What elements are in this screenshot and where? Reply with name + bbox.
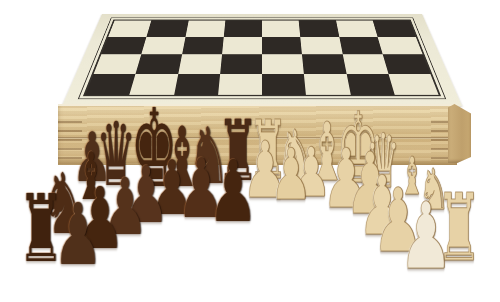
product-photo-stage: ♟♛♚♝♞♜♝♟♟♟♟♜♞♟♟♟♜♞♝♚♛♟♟♟♟♟♟♟♟♝♞♜	[0, 0, 500, 302]
board-square-dark	[382, 54, 430, 73]
chess-piece-dark-pawn: ♟	[53, 196, 103, 274]
board-square-light	[185, 21, 225, 37]
board-square-dark	[147, 21, 189, 37]
board-top-face	[62, 14, 462, 106]
chess-piece-light-pawn: ♟	[399, 195, 453, 280]
board-square-light	[218, 74, 262, 95]
board-square-dark	[373, 21, 416, 37]
board-square-light	[342, 54, 388, 73]
board-square-light	[94, 54, 142, 73]
board-square-dark	[174, 74, 220, 95]
board-square-light	[178, 54, 222, 73]
board-square-light	[142, 37, 186, 55]
board-square-dark	[182, 37, 224, 55]
box-right-side-panel	[448, 104, 471, 163]
board-square-dark	[302, 54, 346, 73]
board-square-dark	[220, 54, 262, 73]
board-square-dark	[85, 74, 135, 95]
board-square-dark	[136, 54, 182, 73]
board-square-dark	[262, 37, 302, 55]
board-square-dark	[339, 37, 383, 55]
board-square-light	[388, 74, 438, 95]
chess-piece-light-pawn: ♟	[270, 142, 312, 207]
board-square-light	[262, 21, 300, 37]
board-square-light	[262, 54, 304, 73]
board-square-light	[377, 37, 422, 55]
board-square-light	[300, 37, 342, 55]
board-square-dark	[299, 21, 339, 37]
board-square-dark	[101, 37, 146, 55]
board-square-dark	[262, 74, 306, 95]
board-square-light	[222, 37, 262, 55]
board-square-dark	[224, 21, 262, 37]
board-square-light	[108, 21, 151, 37]
board-square-light	[336, 21, 378, 37]
chess-piece-dark-pawn: ♟	[208, 153, 258, 231]
